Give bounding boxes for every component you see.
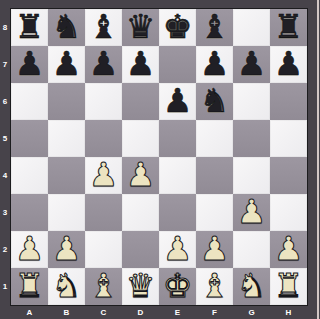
- piece-white-rook: ♜: [15, 269, 45, 302]
- square-f7[interactable]: ♟: [196, 46, 233, 83]
- piece-black-bishop: ♝: [200, 10, 230, 43]
- piece-black-pawn: ♟: [274, 47, 304, 80]
- square-c3[interactable]: [85, 194, 122, 231]
- square-h1[interactable]: ♜: [270, 268, 307, 305]
- square-d8[interactable]: ♛: [122, 9, 159, 46]
- piece-black-king: ♚: [163, 10, 193, 43]
- square-g2[interactable]: [233, 231, 270, 268]
- board-frame: 87654321 ♜♞♝♛♚♝♜♟♟♟♟♟♟♟♟♞♟♟♟♟♟♟♟♟♜♞♝♛♚♝♞…: [0, 0, 320, 319]
- square-h4[interactable]: [270, 157, 307, 194]
- rank-label-4: 4: [0, 157, 10, 194]
- piece-black-pawn: ♟: [15, 47, 45, 80]
- square-g4[interactable]: [233, 157, 270, 194]
- square-e3[interactable]: [159, 194, 196, 231]
- square-d2[interactable]: [122, 231, 159, 268]
- piece-black-pawn: ♟: [126, 47, 156, 80]
- file-label-a: A: [11, 306, 48, 319]
- piece-white-pawn: ♟: [237, 195, 267, 228]
- piece-black-rook: ♜: [15, 10, 45, 43]
- square-h6[interactable]: [270, 83, 307, 120]
- square-g7[interactable]: ♟: [233, 46, 270, 83]
- piece-black-pawn: ♟: [52, 47, 82, 80]
- square-b6[interactable]: [48, 83, 85, 120]
- square-a6[interactable]: [11, 83, 48, 120]
- square-c2[interactable]: [85, 231, 122, 268]
- square-e5[interactable]: [159, 120, 196, 157]
- square-b8[interactable]: ♞: [48, 9, 85, 46]
- square-f4[interactable]: [196, 157, 233, 194]
- right-edge-strip: [317, 0, 319, 319]
- file-label-g: G: [233, 306, 270, 319]
- file-label-c: C: [85, 306, 122, 319]
- square-c1[interactable]: ♝: [85, 268, 122, 305]
- piece-white-pawn: ♟: [274, 232, 304, 265]
- square-g3[interactable]: ♟: [233, 194, 270, 231]
- piece-white-pawn: ♟: [89, 158, 119, 191]
- rank-label-2: 2: [0, 231, 10, 268]
- piece-black-knight: ♞: [200, 84, 230, 117]
- square-b7[interactable]: ♟: [48, 46, 85, 83]
- square-b1[interactable]: ♞: [48, 268, 85, 305]
- file-label-e: E: [159, 306, 196, 319]
- piece-black-rook: ♜: [274, 10, 304, 43]
- square-c6[interactable]: [85, 83, 122, 120]
- square-c8[interactable]: ♝: [85, 9, 122, 46]
- chess-board: ♜♞♝♛♚♝♜♟♟♟♟♟♟♟♟♞♟♟♟♟♟♟♟♟♜♞♝♛♚♝♞♜: [10, 8, 308, 306]
- piece-white-bishop: ♝: [89, 269, 119, 302]
- file-labels: ABCDEFGH: [11, 306, 307, 319]
- piece-white-pawn: ♟: [15, 232, 45, 265]
- square-c5[interactable]: [85, 120, 122, 157]
- square-f3[interactable]: [196, 194, 233, 231]
- square-e8[interactable]: ♚: [159, 9, 196, 46]
- square-f2[interactable]: ♟: [196, 231, 233, 268]
- piece-white-pawn: ♟: [52, 232, 82, 265]
- square-d1[interactable]: ♛: [122, 268, 159, 305]
- square-d7[interactable]: ♟: [122, 46, 159, 83]
- square-b5[interactable]: [48, 120, 85, 157]
- square-d5[interactable]: [122, 120, 159, 157]
- piece-white-pawn: ♟: [126, 158, 156, 191]
- square-d3[interactable]: [122, 194, 159, 231]
- square-c4[interactable]: ♟: [85, 157, 122, 194]
- piece-black-pawn: ♟: [89, 47, 119, 80]
- rank-label-5: 5: [0, 120, 10, 157]
- square-e2[interactable]: ♟: [159, 231, 196, 268]
- square-a2[interactable]: ♟: [11, 231, 48, 268]
- square-e1[interactable]: ♚: [159, 268, 196, 305]
- rank-label-3: 3: [0, 194, 10, 231]
- piece-black-queen: ♛: [126, 10, 156, 43]
- rank-labels: 87654321: [0, 9, 10, 305]
- square-e4[interactable]: [159, 157, 196, 194]
- piece-black-pawn: ♟: [200, 47, 230, 80]
- square-h2[interactable]: ♟: [270, 231, 307, 268]
- square-d6[interactable]: [122, 83, 159, 120]
- square-a7[interactable]: ♟: [11, 46, 48, 83]
- piece-white-rook: ♜: [274, 269, 304, 302]
- square-d4[interactable]: ♟: [122, 157, 159, 194]
- square-g1[interactable]: ♞: [233, 268, 270, 305]
- square-h5[interactable]: [270, 120, 307, 157]
- piece-white-pawn: ♟: [163, 232, 193, 265]
- square-h7[interactable]: ♟: [270, 46, 307, 83]
- square-f6[interactable]: ♞: [196, 83, 233, 120]
- rank-label-1: 1: [0, 268, 10, 305]
- rank-label-8: 8: [0, 9, 10, 46]
- piece-white-bishop: ♝: [200, 269, 230, 302]
- square-h3[interactable]: [270, 194, 307, 231]
- rank-label-7: 7: [0, 46, 10, 83]
- square-a3[interactable]: [11, 194, 48, 231]
- square-e6[interactable]: ♟: [159, 83, 196, 120]
- square-b2[interactable]: ♟: [48, 231, 85, 268]
- piece-black-pawn: ♟: [237, 47, 267, 80]
- square-f1[interactable]: ♝: [196, 268, 233, 305]
- square-e7[interactable]: [159, 46, 196, 83]
- square-f8[interactable]: ♝: [196, 9, 233, 46]
- file-label-f: F: [196, 306, 233, 319]
- square-g5[interactable]: [233, 120, 270, 157]
- square-a4[interactable]: [11, 157, 48, 194]
- piece-white-queen: ♛: [126, 269, 156, 302]
- square-g8[interactable]: [233, 9, 270, 46]
- piece-white-pawn: ♟: [200, 232, 230, 265]
- piece-white-king: ♚: [163, 269, 193, 302]
- file-label-h: H: [270, 306, 307, 319]
- rank-label-6: 6: [0, 83, 10, 120]
- square-f5[interactable]: [196, 120, 233, 157]
- piece-black-bishop: ♝: [89, 10, 119, 43]
- square-b3[interactable]: [48, 194, 85, 231]
- square-c7[interactable]: ♟: [85, 46, 122, 83]
- square-a5[interactable]: [11, 120, 48, 157]
- file-label-b: B: [48, 306, 85, 319]
- piece-white-knight: ♞: [52, 269, 82, 302]
- piece-black-knight: ♞: [52, 10, 82, 43]
- square-g6[interactable]: [233, 83, 270, 120]
- file-label-d: D: [122, 306, 159, 319]
- piece-white-knight: ♞: [237, 269, 267, 302]
- square-b4[interactable]: [48, 157, 85, 194]
- square-a1[interactable]: ♜: [11, 268, 48, 305]
- piece-black-pawn: ♟: [163, 84, 193, 117]
- square-h8[interactable]: ♜: [270, 9, 307, 46]
- square-a8[interactable]: ♜: [11, 9, 48, 46]
